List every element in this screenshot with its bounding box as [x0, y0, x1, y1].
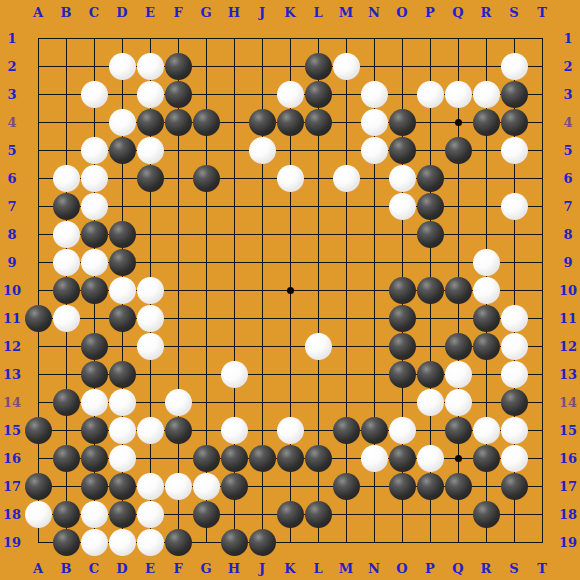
- intersection-C10[interactable]: [80, 276, 108, 304]
- intersection-C3[interactable]: [80, 80, 108, 108]
- intersection-Q4-star-point[interactable]: [444, 108, 472, 136]
- intersection-G17[interactable]: [192, 472, 220, 500]
- intersection-J18[interactable]: [248, 500, 276, 528]
- intersection-P12[interactable]: [416, 332, 444, 360]
- intersection-C1[interactable]: [80, 24, 108, 52]
- intersection-G5[interactable]: [192, 136, 220, 164]
- intersection-S11[interactable]: [500, 304, 528, 332]
- intersection-T10[interactable]: [528, 276, 556, 304]
- intersection-B5[interactable]: [52, 136, 80, 164]
- intersection-N10[interactable]: [360, 276, 388, 304]
- intersection-B1[interactable]: [52, 24, 80, 52]
- intersection-N3[interactable]: [360, 80, 388, 108]
- intersection-R12[interactable]: [472, 332, 500, 360]
- intersection-P9[interactable]: [416, 248, 444, 276]
- intersection-Q17[interactable]: [444, 472, 472, 500]
- intersection-L3[interactable]: [304, 80, 332, 108]
- intersection-P2[interactable]: [416, 52, 444, 80]
- intersection-G1[interactable]: [192, 24, 220, 52]
- intersection-A1[interactable]: [24, 24, 52, 52]
- intersection-S14[interactable]: [500, 388, 528, 416]
- intersection-P19[interactable]: [416, 528, 444, 556]
- intersection-H10[interactable]: [220, 276, 248, 304]
- intersection-S6[interactable]: [500, 164, 528, 192]
- intersection-C6[interactable]: [80, 164, 108, 192]
- intersection-D18[interactable]: [108, 500, 136, 528]
- intersection-N1[interactable]: [360, 24, 388, 52]
- intersection-M7[interactable]: [332, 192, 360, 220]
- intersection-J4[interactable]: [248, 108, 276, 136]
- intersection-G15[interactable]: [192, 416, 220, 444]
- intersection-B6[interactable]: [52, 164, 80, 192]
- intersection-T8[interactable]: [528, 220, 556, 248]
- intersection-T12[interactable]: [528, 332, 556, 360]
- intersection-Q13[interactable]: [444, 360, 472, 388]
- intersection-R3[interactable]: [472, 80, 500, 108]
- intersection-Q15[interactable]: [444, 416, 472, 444]
- intersection-J1[interactable]: [248, 24, 276, 52]
- intersection-J17[interactable]: [248, 472, 276, 500]
- intersection-K10-star-point[interactable]: [276, 276, 304, 304]
- intersection-L14[interactable]: [304, 388, 332, 416]
- intersection-K13[interactable]: [276, 360, 304, 388]
- intersection-T2[interactable]: [528, 52, 556, 80]
- intersection-E5[interactable]: [136, 136, 164, 164]
- intersection-N2[interactable]: [360, 52, 388, 80]
- intersection-F13[interactable]: [164, 360, 192, 388]
- intersection-O7[interactable]: [388, 192, 416, 220]
- intersection-R1[interactable]: [472, 24, 500, 52]
- intersection-F14[interactable]: [164, 388, 192, 416]
- intersection-J10[interactable]: [248, 276, 276, 304]
- intersection-G9[interactable]: [192, 248, 220, 276]
- intersection-D10-star-point[interactable]: [108, 276, 136, 304]
- intersection-F17[interactable]: [164, 472, 192, 500]
- intersection-M3[interactable]: [332, 80, 360, 108]
- intersection-O18[interactable]: [388, 500, 416, 528]
- intersection-N12[interactable]: [360, 332, 388, 360]
- intersection-O12[interactable]: [388, 332, 416, 360]
- intersection-L19[interactable]: [304, 528, 332, 556]
- intersection-D3[interactable]: [108, 80, 136, 108]
- intersection-Q19[interactable]: [444, 528, 472, 556]
- intersection-E17[interactable]: [136, 472, 164, 500]
- intersection-N7[interactable]: [360, 192, 388, 220]
- intersection-M13[interactable]: [332, 360, 360, 388]
- intersection-A11[interactable]: [24, 304, 52, 332]
- intersection-Q3[interactable]: [444, 80, 472, 108]
- intersection-T14[interactable]: [528, 388, 556, 416]
- intersection-H15[interactable]: [220, 416, 248, 444]
- intersection-A14[interactable]: [24, 388, 52, 416]
- intersection-G12[interactable]: [192, 332, 220, 360]
- intersection-T11[interactable]: [528, 304, 556, 332]
- intersection-K4-star-point[interactable]: [276, 108, 304, 136]
- intersection-B9[interactable]: [52, 248, 80, 276]
- intersection-R16[interactable]: [472, 444, 500, 472]
- intersection-F8[interactable]: [164, 220, 192, 248]
- intersection-P18[interactable]: [416, 500, 444, 528]
- intersection-N13[interactable]: [360, 360, 388, 388]
- intersection-S10[interactable]: [500, 276, 528, 304]
- intersection-O9[interactable]: [388, 248, 416, 276]
- intersection-J5[interactable]: [248, 136, 276, 164]
- intersection-A6[interactable]: [24, 164, 52, 192]
- intersection-N9[interactable]: [360, 248, 388, 276]
- intersection-S18[interactable]: [500, 500, 528, 528]
- intersection-K16-star-point[interactable]: [276, 444, 304, 472]
- intersection-O14[interactable]: [388, 388, 416, 416]
- intersection-C8[interactable]: [80, 220, 108, 248]
- intersection-R10[interactable]: [472, 276, 500, 304]
- intersection-D12[interactable]: [108, 332, 136, 360]
- intersection-J6[interactable]: [248, 164, 276, 192]
- intersection-J14[interactable]: [248, 388, 276, 416]
- intersection-E12[interactable]: [136, 332, 164, 360]
- intersection-C7[interactable]: [80, 192, 108, 220]
- intersection-D4-star-point[interactable]: [108, 108, 136, 136]
- intersection-J7[interactable]: [248, 192, 276, 220]
- intersection-S3[interactable]: [500, 80, 528, 108]
- intersection-K3[interactable]: [276, 80, 304, 108]
- intersection-K18[interactable]: [276, 500, 304, 528]
- intersection-M15[interactable]: [332, 416, 360, 444]
- intersection-F18[interactable]: [164, 500, 192, 528]
- intersection-S5[interactable]: [500, 136, 528, 164]
- intersection-J2[interactable]: [248, 52, 276, 80]
- intersection-C18[interactable]: [80, 500, 108, 528]
- intersection-B14[interactable]: [52, 388, 80, 416]
- intersection-T19[interactable]: [528, 528, 556, 556]
- intersection-D8[interactable]: [108, 220, 136, 248]
- intersection-B2[interactable]: [52, 52, 80, 80]
- intersection-O16[interactable]: [388, 444, 416, 472]
- intersection-C12[interactable]: [80, 332, 108, 360]
- intersection-B16[interactable]: [52, 444, 80, 472]
- intersection-S7[interactable]: [500, 192, 528, 220]
- intersection-C11[interactable]: [80, 304, 108, 332]
- intersection-L12[interactable]: [304, 332, 332, 360]
- intersection-G6[interactable]: [192, 164, 220, 192]
- intersection-E2[interactable]: [136, 52, 164, 80]
- intersection-N17[interactable]: [360, 472, 388, 500]
- intersection-A18[interactable]: [24, 500, 52, 528]
- intersection-E11[interactable]: [136, 304, 164, 332]
- intersection-F7[interactable]: [164, 192, 192, 220]
- intersection-O1[interactable]: [388, 24, 416, 52]
- intersection-N16[interactable]: [360, 444, 388, 472]
- intersection-P1[interactable]: [416, 24, 444, 52]
- intersection-M4[interactable]: [332, 108, 360, 136]
- intersection-A10[interactable]: [24, 276, 52, 304]
- intersection-B12[interactable]: [52, 332, 80, 360]
- intersection-F3[interactable]: [164, 80, 192, 108]
- intersection-T9[interactable]: [528, 248, 556, 276]
- intersection-S2[interactable]: [500, 52, 528, 80]
- intersection-D6[interactable]: [108, 164, 136, 192]
- intersection-S15[interactable]: [500, 416, 528, 444]
- intersection-D16-star-point[interactable]: [108, 444, 136, 472]
- intersection-E9[interactable]: [136, 248, 164, 276]
- intersection-D7[interactable]: [108, 192, 136, 220]
- intersection-M12[interactable]: [332, 332, 360, 360]
- intersection-J8[interactable]: [248, 220, 276, 248]
- intersection-T1[interactable]: [528, 24, 556, 52]
- intersection-E8[interactable]: [136, 220, 164, 248]
- intersection-F1[interactable]: [164, 24, 192, 52]
- intersection-F11[interactable]: [164, 304, 192, 332]
- intersection-J9[interactable]: [248, 248, 276, 276]
- intersection-H2[interactable]: [220, 52, 248, 80]
- intersection-B15[interactable]: [52, 416, 80, 444]
- intersection-Q1[interactable]: [444, 24, 472, 52]
- intersection-E3[interactable]: [136, 80, 164, 108]
- intersection-D19[interactable]: [108, 528, 136, 556]
- intersection-N8[interactable]: [360, 220, 388, 248]
- intersection-M18[interactable]: [332, 500, 360, 528]
- intersection-P11[interactable]: [416, 304, 444, 332]
- intersection-A9[interactable]: [24, 248, 52, 276]
- intersection-O2[interactable]: [388, 52, 416, 80]
- intersection-B18[interactable]: [52, 500, 80, 528]
- intersection-E16[interactable]: [136, 444, 164, 472]
- intersection-H8[interactable]: [220, 220, 248, 248]
- intersection-F2[interactable]: [164, 52, 192, 80]
- intersection-L11[interactable]: [304, 304, 332, 332]
- intersection-B11[interactable]: [52, 304, 80, 332]
- intersection-H7[interactable]: [220, 192, 248, 220]
- intersection-H17[interactable]: [220, 472, 248, 500]
- intersection-D15[interactable]: [108, 416, 136, 444]
- intersection-O17[interactable]: [388, 472, 416, 500]
- intersection-M9[interactable]: [332, 248, 360, 276]
- intersection-T5[interactable]: [528, 136, 556, 164]
- intersection-H1[interactable]: [220, 24, 248, 52]
- intersection-O8[interactable]: [388, 220, 416, 248]
- intersection-A17[interactable]: [24, 472, 52, 500]
- intersection-T17[interactable]: [528, 472, 556, 500]
- intersection-F10[interactable]: [164, 276, 192, 304]
- intersection-Q10-star-point[interactable]: [444, 276, 472, 304]
- intersection-L2[interactable]: [304, 52, 332, 80]
- intersection-Q8[interactable]: [444, 220, 472, 248]
- intersection-F16[interactable]: [164, 444, 192, 472]
- intersection-E14[interactable]: [136, 388, 164, 416]
- intersection-R17[interactable]: [472, 472, 500, 500]
- intersection-Q11[interactable]: [444, 304, 472, 332]
- intersection-Q2[interactable]: [444, 52, 472, 80]
- intersection-Q18[interactable]: [444, 500, 472, 528]
- intersection-Q14[interactable]: [444, 388, 472, 416]
- intersection-A12[interactable]: [24, 332, 52, 360]
- intersection-Q6[interactable]: [444, 164, 472, 192]
- intersection-K17[interactable]: [276, 472, 304, 500]
- intersection-O3[interactable]: [388, 80, 416, 108]
- intersection-H19[interactable]: [220, 528, 248, 556]
- intersection-C16[interactable]: [80, 444, 108, 472]
- intersection-A19[interactable]: [24, 528, 52, 556]
- intersection-O6[interactable]: [388, 164, 416, 192]
- intersection-M2[interactable]: [332, 52, 360, 80]
- intersection-Q16-star-point[interactable]: [444, 444, 472, 472]
- intersection-K15[interactable]: [276, 416, 304, 444]
- intersection-E6[interactable]: [136, 164, 164, 192]
- intersection-O5[interactable]: [388, 136, 416, 164]
- intersection-D17[interactable]: [108, 472, 136, 500]
- intersection-R13[interactable]: [472, 360, 500, 388]
- intersection-B7[interactable]: [52, 192, 80, 220]
- intersection-A8[interactable]: [24, 220, 52, 248]
- intersection-T15[interactable]: [528, 416, 556, 444]
- intersection-L10[interactable]: [304, 276, 332, 304]
- intersection-A16[interactable]: [24, 444, 52, 472]
- intersection-G7[interactable]: [192, 192, 220, 220]
- intersection-M16[interactable]: [332, 444, 360, 472]
- intersection-H11[interactable]: [220, 304, 248, 332]
- intersection-K14[interactable]: [276, 388, 304, 416]
- intersection-L8[interactable]: [304, 220, 332, 248]
- intersection-P6[interactable]: [416, 164, 444, 192]
- intersection-G14[interactable]: [192, 388, 220, 416]
- intersection-P3[interactable]: [416, 80, 444, 108]
- intersection-T7[interactable]: [528, 192, 556, 220]
- intersection-M10[interactable]: [332, 276, 360, 304]
- intersection-K7[interactable]: [276, 192, 304, 220]
- intersection-O10[interactable]: [388, 276, 416, 304]
- intersection-D11[interactable]: [108, 304, 136, 332]
- intersection-H6[interactable]: [220, 164, 248, 192]
- intersection-E15[interactable]: [136, 416, 164, 444]
- intersection-C13[interactable]: [80, 360, 108, 388]
- intersection-P14[interactable]: [416, 388, 444, 416]
- intersection-P17[interactable]: [416, 472, 444, 500]
- intersection-O13[interactable]: [388, 360, 416, 388]
- intersection-Q12[interactable]: [444, 332, 472, 360]
- intersection-N11[interactable]: [360, 304, 388, 332]
- intersection-T16[interactable]: [528, 444, 556, 472]
- intersection-T6[interactable]: [528, 164, 556, 192]
- intersection-P4[interactable]: [416, 108, 444, 136]
- intersection-E10[interactable]: [136, 276, 164, 304]
- intersection-O19[interactable]: [388, 528, 416, 556]
- intersection-M11[interactable]: [332, 304, 360, 332]
- intersection-E13[interactable]: [136, 360, 164, 388]
- intersection-M19[interactable]: [332, 528, 360, 556]
- intersection-C5[interactable]: [80, 136, 108, 164]
- intersection-E4[interactable]: [136, 108, 164, 136]
- intersection-A4[interactable]: [24, 108, 52, 136]
- intersection-B17[interactable]: [52, 472, 80, 500]
- intersection-D9[interactable]: [108, 248, 136, 276]
- intersection-N19[interactable]: [360, 528, 388, 556]
- intersection-H13[interactable]: [220, 360, 248, 388]
- intersection-C19[interactable]: [80, 528, 108, 556]
- intersection-N18[interactable]: [360, 500, 388, 528]
- intersection-J3[interactable]: [248, 80, 276, 108]
- intersection-L15[interactable]: [304, 416, 332, 444]
- intersection-C15[interactable]: [80, 416, 108, 444]
- intersection-P7[interactable]: [416, 192, 444, 220]
- intersection-H3[interactable]: [220, 80, 248, 108]
- intersection-G10[interactable]: [192, 276, 220, 304]
- intersection-J15[interactable]: [248, 416, 276, 444]
- intersection-P5[interactable]: [416, 136, 444, 164]
- intersection-S8[interactable]: [500, 220, 528, 248]
- intersection-S13[interactable]: [500, 360, 528, 388]
- intersection-H16[interactable]: [220, 444, 248, 472]
- intersection-K12[interactable]: [276, 332, 304, 360]
- intersection-S12[interactable]: [500, 332, 528, 360]
- intersection-C4[interactable]: [80, 108, 108, 136]
- intersection-N15[interactable]: [360, 416, 388, 444]
- intersection-L13[interactable]: [304, 360, 332, 388]
- intersection-K2[interactable]: [276, 52, 304, 80]
- intersection-E19[interactable]: [136, 528, 164, 556]
- intersection-C17[interactable]: [80, 472, 108, 500]
- intersection-R7[interactable]: [472, 192, 500, 220]
- intersection-K6[interactable]: [276, 164, 304, 192]
- intersection-L4[interactable]: [304, 108, 332, 136]
- intersection-L16[interactable]: [304, 444, 332, 472]
- intersection-E1[interactable]: [136, 24, 164, 52]
- intersection-M6[interactable]: [332, 164, 360, 192]
- intersection-G19[interactable]: [192, 528, 220, 556]
- intersection-D14[interactable]: [108, 388, 136, 416]
- intersection-D1[interactable]: [108, 24, 136, 52]
- intersection-L9[interactable]: [304, 248, 332, 276]
- intersection-R19[interactable]: [472, 528, 500, 556]
- intersection-L17[interactable]: [304, 472, 332, 500]
- intersection-H12[interactable]: [220, 332, 248, 360]
- intersection-S16[interactable]: [500, 444, 528, 472]
- intersection-S4[interactable]: [500, 108, 528, 136]
- intersection-L6[interactable]: [304, 164, 332, 192]
- intersection-F6[interactable]: [164, 164, 192, 192]
- intersection-R6[interactable]: [472, 164, 500, 192]
- intersection-N6[interactable]: [360, 164, 388, 192]
- intersection-G13[interactable]: [192, 360, 220, 388]
- intersection-D13[interactable]: [108, 360, 136, 388]
- intersection-P15[interactable]: [416, 416, 444, 444]
- intersection-B3[interactable]: [52, 80, 80, 108]
- intersection-M17[interactable]: [332, 472, 360, 500]
- intersection-A3[interactable]: [24, 80, 52, 108]
- intersection-K8[interactable]: [276, 220, 304, 248]
- intersection-C14[interactable]: [80, 388, 108, 416]
- intersection-G2[interactable]: [192, 52, 220, 80]
- intersection-B8[interactable]: [52, 220, 80, 248]
- intersection-R15[interactable]: [472, 416, 500, 444]
- intersection-A7[interactable]: [24, 192, 52, 220]
- intersection-S19[interactable]: [500, 528, 528, 556]
- intersection-F15[interactable]: [164, 416, 192, 444]
- intersection-O4[interactable]: [388, 108, 416, 136]
- intersection-T3[interactable]: [528, 80, 556, 108]
- intersection-R2[interactable]: [472, 52, 500, 80]
- intersection-M5[interactable]: [332, 136, 360, 164]
- intersection-N5[interactable]: [360, 136, 388, 164]
- intersection-G3[interactable]: [192, 80, 220, 108]
- intersection-H14[interactable]: [220, 388, 248, 416]
- intersection-B10[interactable]: [52, 276, 80, 304]
- intersection-H4[interactable]: [220, 108, 248, 136]
- intersection-F12[interactable]: [164, 332, 192, 360]
- intersection-K1[interactable]: [276, 24, 304, 52]
- intersection-K9[interactable]: [276, 248, 304, 276]
- intersection-R11[interactable]: [472, 304, 500, 332]
- intersection-K19[interactable]: [276, 528, 304, 556]
- intersection-T4[interactable]: [528, 108, 556, 136]
